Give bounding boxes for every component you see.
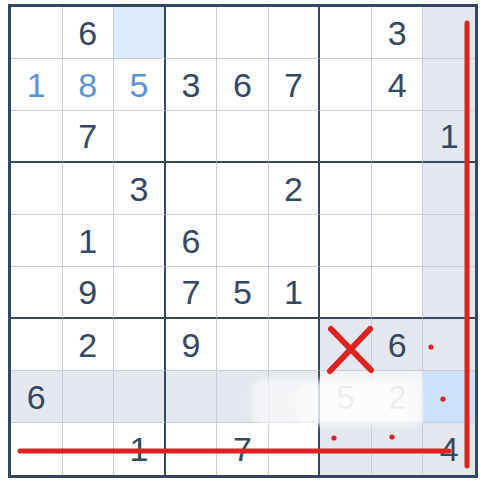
- cell-r7c3[interactable]: [114, 319, 166, 371]
- cell-r9c3[interactable]: 1: [114, 423, 166, 475]
- cell-r3c7[interactable]: [320, 111, 372, 163]
- cell-r3c8[interactable]: [372, 111, 424, 163]
- cell-r7c7[interactable]: [320, 319, 372, 371]
- cell-r4c3[interactable]: 3: [114, 163, 166, 215]
- cell-r1c1[interactable]: [11, 7, 63, 59]
- cell-r8c1[interactable]: 6: [11, 371, 63, 423]
- cell-r8c9[interactable]: [423, 371, 475, 423]
- cell-r8c8[interactable]: 2: [372, 371, 424, 423]
- cell-r4c4[interactable]: [166, 163, 218, 215]
- cell-r2c6[interactable]: 7: [269, 59, 321, 111]
- cell-r9c7[interactable]: [320, 423, 372, 475]
- cell-r2c7[interactable]: [320, 59, 372, 111]
- cell-r8c5[interactable]: [217, 371, 269, 423]
- cell-r4c6[interactable]: 2: [269, 163, 321, 215]
- cell-r6c8[interactable]: [372, 267, 424, 319]
- cell-r1c9[interactable]: [423, 7, 475, 59]
- cell-r6c2[interactable]: 9: [63, 267, 115, 319]
- cell-r5c9[interactable]: [423, 215, 475, 267]
- cell-r9c4[interactable]: [166, 423, 218, 475]
- cell-r3c5[interactable]: [217, 111, 269, 163]
- cell-r5c1[interactable]: [11, 215, 63, 267]
- cell-r5c7[interactable]: [320, 215, 372, 267]
- cell-r3c2[interactable]: 7: [63, 111, 115, 163]
- cell-r5c2[interactable]: 1: [63, 215, 115, 267]
- cell-r2c2[interactable]: 8: [63, 59, 115, 111]
- cell-r7c9[interactable]: [423, 319, 475, 371]
- cell-r6c3[interactable]: [114, 267, 166, 319]
- cell-r5c4[interactable]: 6: [166, 215, 218, 267]
- cell-r9c5[interactable]: 7: [217, 423, 269, 475]
- cell-r7c8[interactable]: 6: [372, 319, 424, 371]
- cell-r6c4[interactable]: 7: [166, 267, 218, 319]
- cell-r4c8[interactable]: [372, 163, 424, 215]
- cell-r3c1[interactable]: [11, 111, 63, 163]
- cell-r3c9[interactable]: 1: [423, 111, 475, 163]
- sudoku-board: 6318536747132169751296652174: [8, 4, 478, 478]
- cell-r2c8[interactable]: 4: [372, 59, 424, 111]
- cell-r3c3[interactable]: [114, 111, 166, 163]
- cell-r8c6[interactable]: [269, 371, 321, 423]
- cell-r9c1[interactable]: [11, 423, 63, 475]
- cell-r3c6[interactable]: [269, 111, 321, 163]
- cell-r2c3[interactable]: 5: [114, 59, 166, 111]
- cell-r7c1[interactable]: [11, 319, 63, 371]
- cell-r5c5[interactable]: [217, 215, 269, 267]
- cell-r7c5[interactable]: [217, 319, 269, 371]
- cell-r9c8[interactable]: [372, 423, 424, 475]
- cell-r4c5[interactable]: [217, 163, 269, 215]
- cell-r6c6[interactable]: 1: [269, 267, 321, 319]
- cell-r8c4[interactable]: [166, 371, 218, 423]
- cell-r1c3[interactable]: [114, 7, 166, 59]
- cell-r8c7[interactable]: 5: [320, 371, 372, 423]
- cell-r2c9[interactable]: [423, 59, 475, 111]
- cell-r5c3[interactable]: [114, 215, 166, 267]
- cell-r1c7[interactable]: [320, 7, 372, 59]
- cell-r6c1[interactable]: [11, 267, 63, 319]
- cell-r2c4[interactable]: 3: [166, 59, 218, 111]
- cell-r1c8[interactable]: 3: [372, 7, 424, 59]
- cell-r3c4[interactable]: [166, 111, 218, 163]
- cell-r8c2[interactable]: [63, 371, 115, 423]
- cell-r6c5[interactable]: 5: [217, 267, 269, 319]
- cell-r6c9[interactable]: [423, 267, 475, 319]
- cell-r9c6[interactable]: [269, 423, 321, 475]
- cell-r2c5[interactable]: 6: [217, 59, 269, 111]
- cell-r4c1[interactable]: [11, 163, 63, 215]
- cell-r1c2[interactable]: 6: [63, 7, 115, 59]
- sudoku-app: 6318536747132169751296652174: [0, 0, 487, 485]
- cell-r5c8[interactable]: [372, 215, 424, 267]
- cell-r1c4[interactable]: [166, 7, 218, 59]
- cell-r4c7[interactable]: [320, 163, 372, 215]
- cell-r7c2[interactable]: 2: [63, 319, 115, 371]
- cell-r5c6[interactable]: [269, 215, 321, 267]
- cell-r4c9[interactable]: [423, 163, 475, 215]
- cell-r6c7[interactable]: [320, 267, 372, 319]
- cell-r9c2[interactable]: [63, 423, 115, 475]
- cell-r4c2[interactable]: [63, 163, 115, 215]
- cell-r2c1[interactable]: 1: [11, 59, 63, 111]
- cell-r8c3[interactable]: [114, 371, 166, 423]
- cell-r9c9[interactable]: 4: [423, 423, 475, 475]
- cell-r7c6[interactable]: [269, 319, 321, 371]
- cell-r7c4[interactable]: 9: [166, 319, 218, 371]
- cell-r1c6[interactable]: [269, 7, 321, 59]
- cell-r1c5[interactable]: [217, 7, 269, 59]
